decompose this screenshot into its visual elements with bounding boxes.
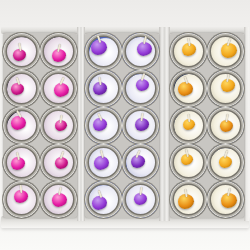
flower-centre-bud	[11, 116, 26, 130]
tealight-candle-yellow	[170, 33, 207, 70]
candle-wick	[19, 184, 22, 192]
tealight-candle-pink	[3, 144, 40, 181]
tealight-candle-pink	[40, 144, 77, 181]
tealight-candle-yellow	[207, 181, 244, 218]
candle-pack-pink	[3, 33, 77, 218]
tealight-candle-pink	[3, 70, 40, 107]
tealight-candle-pink	[3, 107, 40, 144]
tealight-candle-yellow	[170, 70, 207, 107]
candle-wick	[187, 113, 190, 121]
tealight-candle-purple	[122, 144, 159, 181]
tealight-candle-pink	[40, 33, 77, 70]
tealight-candle-yellow	[170, 144, 207, 181]
tealight-candle-purple	[85, 107, 122, 144]
product-photo	[0, 0, 250, 250]
tealight-candle-purple	[85, 70, 122, 107]
tealight-candle-yellow	[170, 107, 207, 144]
plastic-divider-left	[77, 27, 85, 221]
tealight-candle-yellow	[207, 33, 244, 70]
tealight-candle-purple	[122, 181, 159, 218]
tealight-candle-pink	[3, 33, 40, 70]
tealight-candle-purple	[122, 33, 159, 70]
tealight-candle-yellow	[207, 144, 244, 181]
tealight-candle-pink	[3, 181, 40, 218]
candle-pack-yellow	[170, 33, 244, 218]
tealight-candle-pink	[40, 181, 77, 218]
tealight-candle-purple	[122, 70, 159, 107]
tealight-candle-pink	[40, 107, 77, 144]
tealight-candle-yellow	[207, 107, 244, 144]
tealight-candle-yellow	[207, 70, 244, 107]
candle-pack-purple	[85, 33, 159, 218]
tealight-candle-yellow	[170, 181, 207, 218]
tealight-candle-purple	[85, 144, 122, 181]
tealight-candle-purple	[85, 181, 122, 218]
flower-centre-bud	[54, 83, 69, 97]
tealight-candle-pink	[40, 70, 77, 107]
tealight-candle-purple	[85, 33, 122, 70]
tealight-candle-purple	[122, 107, 159, 144]
plastic-edge-right	[244, 27, 249, 221]
plastic-divider-middle	[159, 27, 170, 221]
